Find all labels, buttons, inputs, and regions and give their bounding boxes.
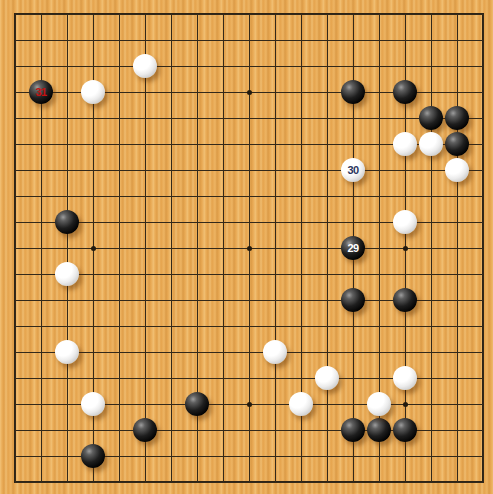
black-stone-R15 [419,106,443,130]
grid-line-horizontal [15,274,484,275]
black-stone-Q16 [393,80,417,104]
white-stone-D4 [81,392,105,416]
grid-line-horizontal [15,482,484,483]
white-stone-S13 [445,158,469,182]
white-stone-N5 [315,366,339,390]
black-stone-S14 [445,132,469,156]
black-stone-C11 [55,210,79,234]
black-stone-P3 [367,418,391,442]
white-stone-Q14 [393,132,417,156]
black-stone-F3 [133,418,157,442]
black-stone-O10: 29 [341,236,365,260]
white-stone-C6 [55,340,79,364]
go-board[interactable]: 312930 [0,0,493,494]
black-stone-D2 [81,444,105,468]
white-stone-F17 [133,54,157,78]
white-stone-Q11 [393,210,417,234]
black-stone-O8 [341,288,365,312]
white-stone-R14 [419,132,443,156]
black-stone-Q3 [393,418,417,442]
grid-line-vertical [275,14,276,483]
star-point [403,402,408,407]
white-stone-D16 [81,80,105,104]
black-stone-O3 [341,418,365,442]
black-stone-O16 [341,80,365,104]
grid-line-horizontal [15,326,484,327]
white-stone-O13: 30 [341,158,365,182]
star-point [247,246,252,251]
move-number-label: 29 [347,243,358,254]
star-point [91,246,96,251]
grid-line-horizontal [15,352,484,353]
white-stone-L6 [263,340,287,364]
white-stone-Q5 [393,366,417,390]
star-point [247,90,252,95]
star-point [403,246,408,251]
white-stone-P4 [367,392,391,416]
grid-line-vertical [327,14,328,483]
grid-line-vertical [483,14,484,483]
black-stone-Q8 [393,288,417,312]
black-stone-S15 [445,106,469,130]
star-point [247,402,252,407]
move-number-label: 30 [347,165,358,176]
grid-line-vertical [431,14,432,483]
black-stone-B16: 31 [29,80,53,104]
move-number-label: 31 [35,87,46,98]
white-stone-M4 [289,392,313,416]
black-stone-H4 [185,392,209,416]
white-stone-C9 [55,262,79,286]
grid-line-vertical [457,14,458,483]
